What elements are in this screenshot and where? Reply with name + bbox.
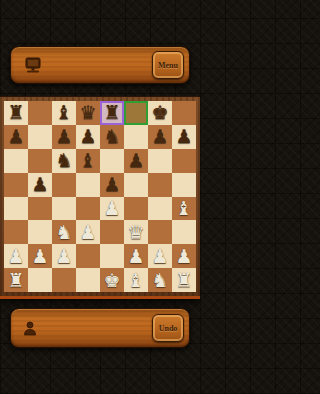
piece-white-pawn: ♟ <box>79 223 96 242</box>
square-f4[interactable] <box>124 197 148 221</box>
piece-white-queen: ♛ <box>127 223 144 242</box>
square-g4[interactable] <box>148 197 172 221</box>
square-h7[interactable]: ♟ <box>172 125 196 149</box>
square-g5[interactable] <box>148 173 172 197</box>
piece-black-knight: ♞ <box>103 127 120 146</box>
piece-white-king: ♚ <box>103 271 120 290</box>
piece-black-rook: ♜ <box>7 103 24 122</box>
square-c2[interactable]: ♟ <box>52 244 76 268</box>
piece-black-pawn: ♟ <box>151 127 168 146</box>
square-d7[interactable]: ♟ <box>76 125 100 149</box>
piece-white-pawn: ♟ <box>127 247 144 266</box>
square-h8[interactable] <box>172 101 196 125</box>
square-b1[interactable] <box>28 268 52 292</box>
piece-black-pawn: ♟ <box>55 127 72 146</box>
piece-black-knight: ♞ <box>55 151 72 170</box>
square-a5[interactable] <box>4 173 28 197</box>
piece-black-pawn: ♟ <box>103 175 120 194</box>
square-e6[interactable] <box>100 149 124 173</box>
square-g6[interactable] <box>148 149 172 173</box>
square-d8[interactable]: ♛ <box>76 101 100 125</box>
square-f2[interactable]: ♟ <box>124 244 148 268</box>
square-c3[interactable]: ♞ <box>52 220 76 244</box>
piece-black-pawn: ♟ <box>7 127 24 146</box>
piece-black-pawn: ♟ <box>175 127 192 146</box>
square-g1[interactable]: ♞ <box>148 268 172 292</box>
square-h5[interactable] <box>172 173 196 197</box>
square-g2[interactable]: ♟ <box>148 244 172 268</box>
square-f3[interactable]: ♛ <box>124 220 148 244</box>
square-e4[interactable]: ♟ <box>100 197 124 221</box>
square-d3[interactable]: ♟ <box>76 220 100 244</box>
square-e7[interactable]: ♞ <box>100 125 124 149</box>
square-d1[interactable] <box>76 268 100 292</box>
square-f6[interactable]: ♟ <box>124 149 148 173</box>
square-e2[interactable] <box>100 244 124 268</box>
square-g8[interactable]: ♚ <box>148 101 172 125</box>
board-frame: ♜♝♛♜♚♟♟♟♞♟♟♞♝♟♟♟♟♝♞♟♛♟♟♟♟♟♟♜♚♝♞♜ <box>0 96 200 296</box>
piece-white-pawn: ♟ <box>55 247 72 266</box>
square-c6[interactable]: ♞ <box>52 149 76 173</box>
square-a1[interactable]: ♜ <box>4 268 28 292</box>
square-h3[interactable] <box>172 220 196 244</box>
square-a4[interactable] <box>4 197 28 221</box>
square-h4[interactable]: ♝ <box>172 197 196 221</box>
opponent-bar: Menu <box>10 46 190 84</box>
square-e1[interactable]: ♚ <box>100 268 124 292</box>
square-b5[interactable]: ♟ <box>28 173 52 197</box>
square-d6[interactable]: ♝ <box>76 149 100 173</box>
square-c5[interactable] <box>52 173 76 197</box>
square-a6[interactable] <box>4 149 28 173</box>
piece-white-rook: ♜ <box>7 271 24 290</box>
square-d2[interactable] <box>76 244 100 268</box>
square-a8[interactable]: ♜ <box>4 101 28 125</box>
square-e8[interactable]: ♜ <box>100 101 124 125</box>
computer-icon <box>23 57 43 74</box>
square-b6[interactable] <box>28 149 52 173</box>
square-h2[interactable]: ♟ <box>172 244 196 268</box>
piece-white-knight: ♞ <box>55 223 72 242</box>
square-e3[interactable] <box>100 220 124 244</box>
piece-black-rook: ♜ <box>103 103 120 122</box>
square-h1[interactable]: ♜ <box>172 268 196 292</box>
square-b4[interactable] <box>28 197 52 221</box>
piece-white-pawn: ♟ <box>7 247 24 266</box>
piece-white-bishop: ♝ <box>127 271 144 290</box>
piece-black-pawn: ♟ <box>127 151 144 170</box>
piece-black-bishop: ♝ <box>55 103 72 122</box>
square-f8[interactable] <box>124 101 148 125</box>
piece-white-pawn: ♟ <box>103 199 120 218</box>
piece-white-rook: ♜ <box>175 271 192 290</box>
piece-white-knight: ♞ <box>151 271 168 290</box>
player-icon <box>23 321 37 336</box>
piece-white-pawn: ♟ <box>151 247 168 266</box>
piece-black-pawn: ♟ <box>31 175 48 194</box>
square-f1[interactable]: ♝ <box>124 268 148 292</box>
square-f7[interactable] <box>124 125 148 149</box>
square-c1[interactable] <box>52 268 76 292</box>
square-c8[interactable]: ♝ <box>52 101 76 125</box>
undo-button[interactable]: Undo <box>152 314 184 342</box>
piece-black-king: ♚ <box>151 103 168 122</box>
piece-white-pawn: ♟ <box>175 247 192 266</box>
piece-black-bishop: ♝ <box>79 151 96 170</box>
square-b7[interactable] <box>28 125 52 149</box>
chess-board: ♜♝♛♜♚♟♟♟♞♟♟♞♝♟♟♟♟♝♞♟♛♟♟♟♟♟♟♜♚♝♞♜ <box>4 101 196 292</box>
menu-button[interactable]: Menu <box>152 51 184 79</box>
square-e5[interactable]: ♟ <box>100 173 124 197</box>
square-c4[interactable] <box>52 197 76 221</box>
square-b8[interactable] <box>28 101 52 125</box>
piece-white-bishop: ♝ <box>175 199 192 218</box>
square-b2[interactable]: ♟ <box>28 244 52 268</box>
piece-white-pawn: ♟ <box>31 247 48 266</box>
square-a7[interactable]: ♟ <box>4 125 28 149</box>
piece-black-queen: ♛ <box>79 103 96 122</box>
square-a3[interactable] <box>4 220 28 244</box>
square-d4[interactable] <box>76 197 100 221</box>
piece-black-pawn: ♟ <box>79 127 96 146</box>
square-g3[interactable] <box>148 220 172 244</box>
square-c7[interactable]: ♟ <box>52 125 76 149</box>
square-h6[interactable] <box>172 149 196 173</box>
square-f5[interactable] <box>124 173 148 197</box>
square-g7[interactable]: ♟ <box>148 125 172 149</box>
square-a2[interactable]: ♟ <box>4 244 28 268</box>
square-b3[interactable] <box>28 220 52 244</box>
player-bar: Undo <box>10 308 190 348</box>
square-d5[interactable] <box>76 173 100 197</box>
